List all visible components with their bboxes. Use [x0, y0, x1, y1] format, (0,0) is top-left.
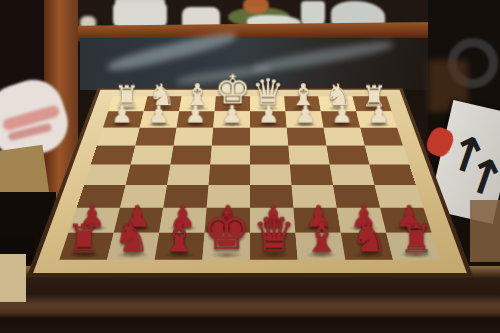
square-f8[interactable]: ♝ [155, 233, 205, 260]
background-box-edge [470, 200, 500, 262]
square-a2[interactable]: ♟ [356, 111, 397, 127]
maple-border: ♜♞♝♚♛♝♞♜♟♟♟♟♟♟♟♟♟♟♟♟♟♟♟♟♜♞♝♚♛♝♞♜ [33, 90, 467, 273]
white-pawn[interactable]: ♟ [148, 103, 169, 127]
square-a8[interactable]: ♜ [386, 233, 440, 260]
square-g3[interactable] [135, 128, 176, 146]
white-pawn[interactable]: ♟ [111, 103, 132, 127]
square-d3[interactable] [250, 128, 288, 146]
white-pawn[interactable]: ♟ [331, 103, 352, 127]
square-a3[interactable] [360, 128, 403, 146]
square-c2[interactable]: ♟ [285, 111, 323, 127]
square-g4[interactable] [131, 145, 174, 164]
square-c5[interactable] [290, 164, 333, 185]
square-e5[interactable] [208, 164, 250, 185]
square-b3[interactable] [324, 128, 365, 146]
photo-scene: ↑ ↑ ♜♞♝♚♛♝♞♜♟♟♟♟♟♟♟♟♟♟♟♟♟♟♟♟♜♞♝♚♛♝♞♜ [0, 0, 500, 333]
red-queen[interactable]: ♛ [252, 210, 295, 258]
red-king[interactable]: ♚ [202, 204, 251, 258]
square-f5[interactable] [167, 164, 210, 185]
square-e8[interactable]: ♚ [202, 233, 250, 260]
square-b8[interactable]: ♞ [341, 233, 393, 260]
white-pawn[interactable]: ♟ [184, 103, 205, 127]
square-b2[interactable]: ♟ [321, 111, 360, 127]
square-f3[interactable] [174, 128, 214, 146]
white-pawn[interactable]: ♟ [294, 103, 315, 127]
square-h3[interactable] [97, 128, 140, 146]
red-bishop[interactable]: ♝ [303, 217, 340, 258]
square-h5[interactable] [84, 164, 131, 185]
square-f2[interactable]: ♟ [176, 111, 214, 127]
square-g8[interactable]: ♞ [107, 233, 159, 260]
square-b5[interactable] [330, 164, 375, 185]
white-pawn[interactable]: ♟ [258, 103, 279, 127]
square-h8[interactable]: ♜ [59, 233, 113, 260]
square-g5[interactable] [125, 164, 170, 185]
square-e3[interactable] [212, 128, 250, 146]
square-h2[interactable]: ♟ [103, 111, 144, 127]
table-corner [0, 254, 26, 302]
chessboard: ♜♞♝♚♛♝♞♜♟♟♟♟♟♟♟♟♟♟♟♟♟♟♟♟♜♞♝♚♛♝♞♜ [27, 0, 473, 276]
square-h4[interactable] [91, 145, 136, 164]
square-c8[interactable]: ♝ [295, 233, 345, 260]
white-pawn[interactable]: ♟ [368, 103, 389, 127]
red-bishop[interactable]: ♝ [160, 217, 197, 258]
white-pawn[interactable]: ♟ [221, 103, 242, 127]
red-rook[interactable]: ♜ [399, 219, 434, 258]
red-knight[interactable]: ♞ [351, 217, 388, 258]
square-c4[interactable] [288, 145, 329, 164]
square-b4[interactable] [326, 145, 369, 164]
square-a5[interactable] [369, 164, 416, 185]
square-d2[interactable]: ♟ [250, 111, 287, 127]
walnut-frame: ♜♞♝♚♛♝♞♜♟♟♟♟♟♟♟♟♟♟♟♟♟♟♟♟♜♞♝♚♛♝♞♜ [27, 88, 473, 276]
square-f4[interactable] [170, 145, 211, 164]
square-e4[interactable] [210, 145, 250, 164]
red-knight[interactable]: ♞ [113, 217, 150, 258]
square-d4[interactable] [250, 145, 290, 164]
board-grid: ♜♞♝♚♛♝♞♜♟♟♟♟♟♟♟♟♟♟♟♟♟♟♟♟♜♞♝♚♛♝♞♜ [59, 96, 440, 260]
square-g2[interactable]: ♟ [140, 111, 179, 127]
square-d8[interactable]: ♛ [250, 233, 298, 260]
table-front [0, 266, 500, 333]
square-a4[interactable] [365, 145, 410, 164]
board-plane: ♜♞♝♚♛♝♞♜♟♟♟♟♟♟♟♟♟♟♟♟♟♟♟♟♜♞♝♚♛♝♞♜ [27, 88, 473, 276]
square-c3[interactable] [287, 128, 327, 146]
square-d5[interactable] [250, 164, 292, 185]
square-e2[interactable]: ♟ [213, 111, 250, 127]
red-rook[interactable]: ♜ [66, 219, 101, 258]
